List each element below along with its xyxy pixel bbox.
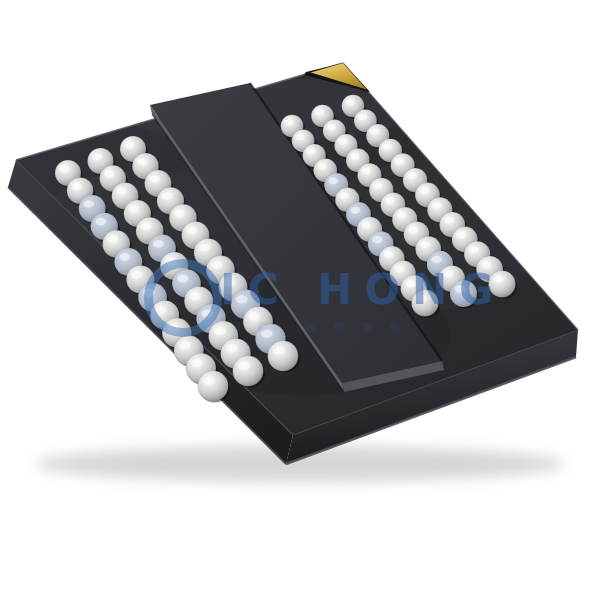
- bga-package-illustration: [0, 0, 600, 600]
- chip-photo: IC HONG IC HONG: [0, 0, 600, 600]
